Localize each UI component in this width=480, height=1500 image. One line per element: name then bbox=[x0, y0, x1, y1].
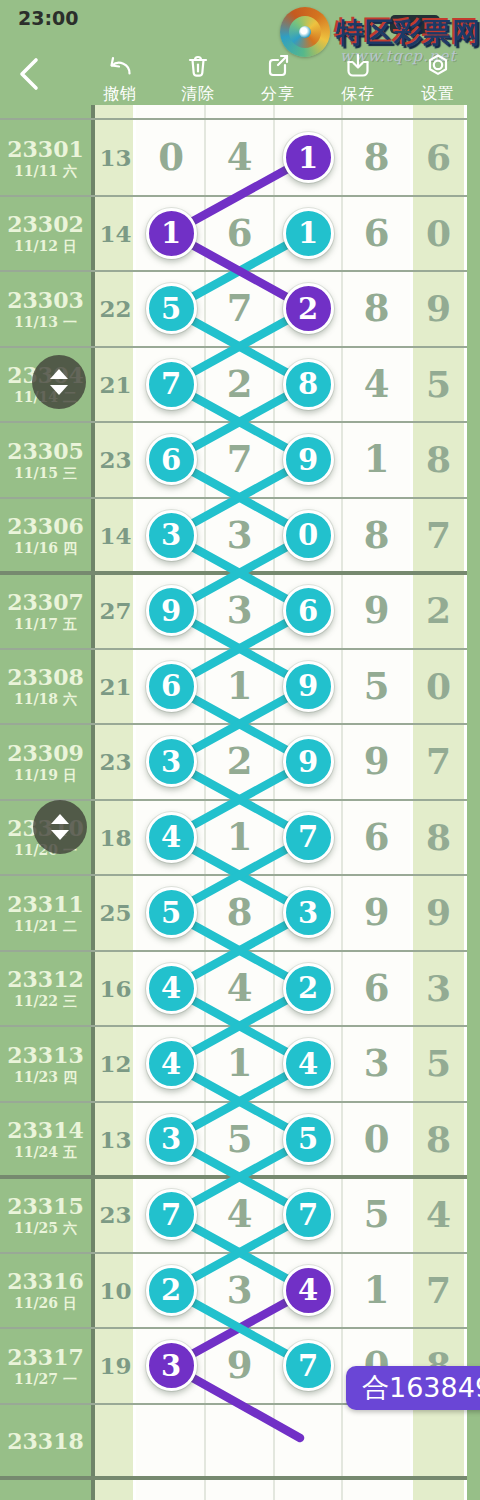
circled-digit: 3 bbox=[146, 736, 197, 787]
circled-digit: 3 bbox=[146, 510, 197, 561]
circled-digit: 5 bbox=[283, 1114, 334, 1165]
digit-cell: 2 bbox=[206, 724, 274, 800]
digit-cell: 1 bbox=[206, 800, 274, 876]
digit-cell: 5 bbox=[206, 1102, 274, 1178]
circled-digit: 9 bbox=[283, 661, 334, 712]
undo-icon bbox=[105, 51, 135, 81]
digit-cell: 0 bbox=[343, 1102, 411, 1178]
right-digit-cell: 6 bbox=[413, 120, 464, 196]
back-button[interactable] bbox=[12, 55, 44, 93]
circled-digit: 4 bbox=[146, 963, 197, 1014]
circled-digit: 4 bbox=[146, 812, 197, 863]
toolbar-share-label: 分享 bbox=[245, 84, 311, 105]
toolbar-save-button[interactable]: 保存 bbox=[325, 51, 391, 105]
circled-digit: 5 bbox=[146, 887, 197, 938]
digit-cell: 4 bbox=[343, 347, 411, 423]
digit-cell: 6 bbox=[343, 951, 411, 1027]
digit-cell: 3 bbox=[343, 1026, 411, 1102]
digit-cell: 4 bbox=[206, 120, 274, 196]
circled-digit: 6 bbox=[146, 434, 197, 485]
circled-digit: 8 bbox=[283, 359, 334, 410]
digit-cell: 8 bbox=[343, 120, 411, 196]
circled-digit: 9 bbox=[283, 736, 334, 787]
scroll-up-down-button[interactable] bbox=[33, 800, 87, 854]
circled-digit: 3 bbox=[146, 1340, 197, 1391]
save-icon bbox=[343, 51, 373, 81]
circled-digit: 0 bbox=[283, 510, 334, 561]
digit-cell: 1 bbox=[206, 1026, 274, 1102]
right-digit-cell: 5 bbox=[413, 347, 464, 423]
scroll-up-down-button[interactable] bbox=[32, 355, 86, 409]
digit-cell: 9 bbox=[343, 573, 411, 649]
app: 23:00 特区彩票网 www.tqcp.net 撤销 清除 分享 bbox=[0, 0, 480, 1500]
digit-cell: 3 bbox=[206, 573, 274, 649]
circled-digit: 4 bbox=[146, 1038, 197, 1089]
circled-digit: 7 bbox=[283, 812, 334, 863]
digit-cell: 1 bbox=[343, 422, 411, 498]
circled-digit: 9 bbox=[146, 585, 197, 636]
digit-cell: 9 bbox=[343, 875, 411, 951]
toolbar-clear-button[interactable]: 清除 bbox=[165, 51, 231, 105]
toolbar-undo-label: 撤销 bbox=[87, 84, 153, 105]
toolbar-undo-button[interactable]: 撤销 bbox=[87, 51, 153, 105]
logo-swirl-icon bbox=[280, 7, 330, 57]
circled-digit: 2 bbox=[283, 283, 334, 334]
digit-cell: 7 bbox=[206, 422, 274, 498]
right-digit-cell: 2 bbox=[413, 573, 464, 649]
digit-cell: 1 bbox=[343, 1253, 411, 1329]
circled-digit: 2 bbox=[146, 1265, 197, 1316]
right-digit-cell: 8 bbox=[413, 1102, 464, 1178]
circled-digit: 2 bbox=[283, 963, 334, 1014]
right-digit-cell: 8 bbox=[413, 422, 464, 498]
triangle-up-icon bbox=[51, 814, 69, 824]
circled-digit: 6 bbox=[146, 661, 197, 712]
circled-digit: 7 bbox=[283, 1340, 334, 1391]
circled-digit: 7 bbox=[146, 1189, 197, 1240]
circled-digit: 1 bbox=[146, 208, 197, 259]
right-digit-cell: 5 bbox=[413, 1026, 464, 1102]
digit-cell: 3 bbox=[206, 498, 274, 574]
digit-cell: 4 bbox=[206, 1177, 274, 1253]
right-digit-cell: 0 bbox=[413, 196, 464, 272]
right-digit-cell: 7 bbox=[413, 1253, 464, 1329]
share-icon bbox=[263, 51, 293, 81]
circled-digit: 7 bbox=[283, 1189, 334, 1240]
digit-cell: 8 bbox=[343, 498, 411, 574]
digit-cell: 4 bbox=[206, 951, 274, 1027]
digit-cell: 6 bbox=[343, 800, 411, 876]
toolbar-share-button[interactable]: 分享 bbox=[245, 51, 311, 105]
circled-digit: 3 bbox=[283, 887, 334, 938]
digit-cell: 1 bbox=[206, 649, 274, 725]
digit-cell: 7 bbox=[206, 271, 274, 347]
circled-digit: 4 bbox=[283, 1038, 334, 1089]
trash-icon bbox=[183, 51, 213, 81]
circled-digit: 4 bbox=[283, 1265, 334, 1316]
right-digit-cell: 3 bbox=[413, 951, 464, 1027]
digit-cell: 5 bbox=[343, 649, 411, 725]
right-digit-cell: 8 bbox=[413, 800, 464, 876]
status-time: 23:00 bbox=[18, 7, 78, 29]
right-digit-cell: 4 bbox=[413, 1177, 464, 1253]
right-digit-cell: 7 bbox=[413, 498, 464, 574]
digit-cell: 9 bbox=[206, 1328, 274, 1404]
digit-cell: 6 bbox=[343, 196, 411, 272]
digit-cell: 9 bbox=[343, 724, 411, 800]
digit-cell: 3 bbox=[206, 1253, 274, 1329]
digit-cell: 8 bbox=[343, 271, 411, 347]
toolbar-save-label: 保存 bbox=[325, 84, 391, 105]
digit-cell: 5 bbox=[343, 1177, 411, 1253]
circled-digit: 5 bbox=[146, 283, 197, 334]
circled-digit: 3 bbox=[146, 1114, 197, 1165]
toolbar-settings-label: 设置 bbox=[405, 84, 471, 105]
circled-digit: 7 bbox=[146, 359, 197, 410]
sum-badge: 合163849 bbox=[346, 1366, 480, 1410]
toolbar-settings-button[interactable]: 设置 bbox=[405, 51, 471, 105]
triangle-down-icon bbox=[50, 385, 68, 395]
digit-cell: 2 bbox=[206, 347, 274, 423]
right-digit-cell: 0 bbox=[413, 649, 464, 725]
digit-cell: 6 bbox=[206, 196, 274, 272]
circled-digit: 1 bbox=[283, 132, 334, 183]
circled-digit: 9 bbox=[283, 434, 334, 485]
circled-digit: 1 bbox=[283, 208, 334, 259]
digit-cell: 0 bbox=[137, 120, 205, 196]
right-digit-cell: 9 bbox=[413, 875, 464, 951]
triangle-down-icon bbox=[51, 830, 69, 840]
settings-icon bbox=[423, 51, 453, 81]
right-digit-cell: 9 bbox=[413, 271, 464, 347]
triangle-up-icon bbox=[50, 369, 68, 379]
right-digit-cell: 7 bbox=[413, 724, 464, 800]
circled-digit: 6 bbox=[283, 585, 334, 636]
digit-cell: 8 bbox=[206, 875, 274, 951]
toolbar-clear-label: 清除 bbox=[165, 84, 231, 105]
